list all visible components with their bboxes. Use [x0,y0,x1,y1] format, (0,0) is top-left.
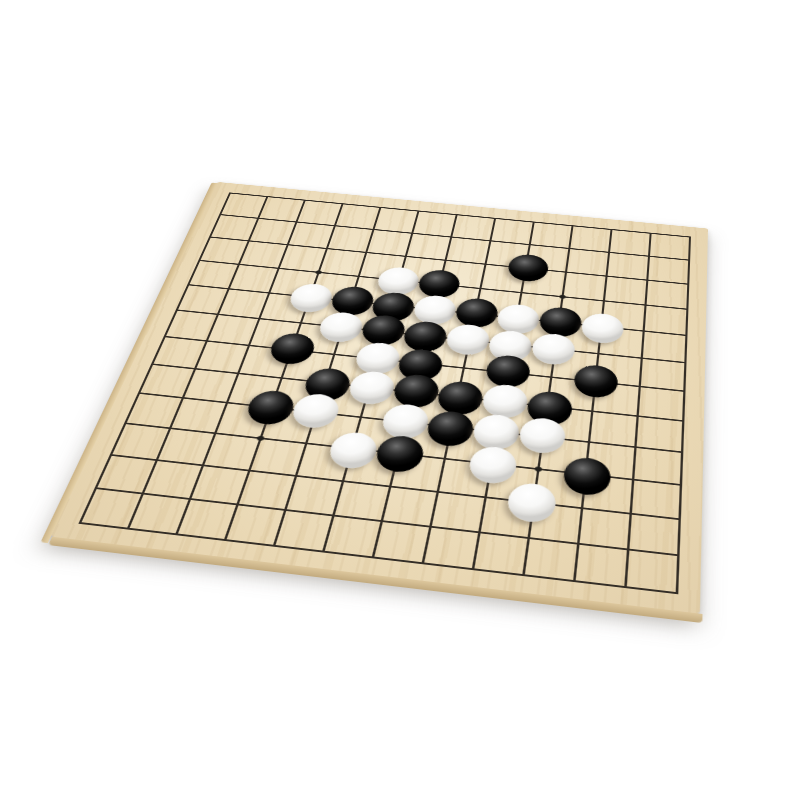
black-stone [434,379,484,416]
white-stone [466,445,518,486]
white-stone [443,323,491,357]
white-stone [315,311,365,344]
white-stone [411,294,458,326]
black-stone [453,297,500,330]
black-stone [390,373,441,410]
black-stone [243,389,298,427]
black-stone [424,409,476,448]
star-point [315,270,322,274]
black-stone [483,354,531,390]
white-stone [505,481,557,524]
black-stone [327,285,376,317]
black-stone [561,456,611,498]
white-stone [374,266,421,297]
star-point [534,466,542,472]
grid-line-vertical [624,233,651,588]
grid-line-vertical [676,236,691,594]
black-stone [266,331,318,366]
black-stone [372,434,426,474]
black-stone [415,268,461,299]
white-stone [470,413,521,452]
star-point [256,436,264,441]
go-board [51,182,708,614]
white-stone [480,383,529,420]
black-stone [400,320,449,354]
star-point [559,295,566,299]
black-stone [572,363,618,399]
white-stone [379,402,431,441]
white-stone [530,332,576,366]
white-stone [495,303,541,336]
black-stone [537,306,582,339]
white-stone [345,370,397,407]
black-stone [506,253,550,283]
white-stone [325,430,380,470]
photo-background [0,0,800,800]
white-stone [580,312,624,345]
white-stone [352,341,403,376]
grid-line-vertical [79,192,231,523]
white-stone [286,282,336,314]
grid-line-vertical [573,229,612,582]
